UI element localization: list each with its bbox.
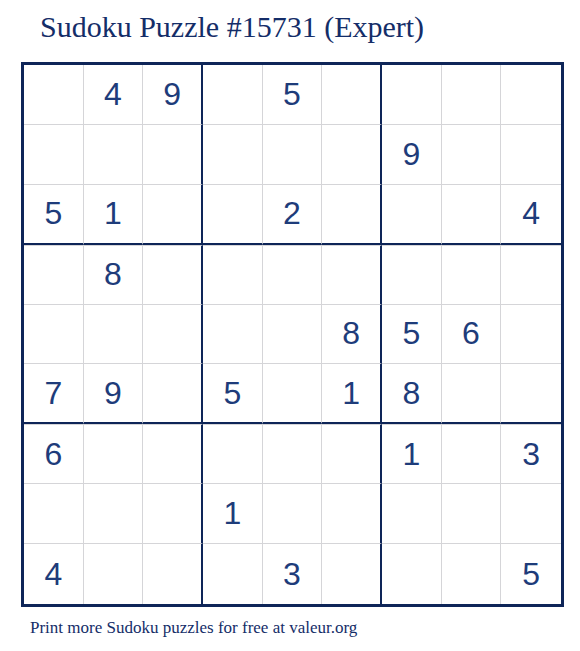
cell-r7c8 <box>442 424 502 484</box>
cell-r6c3 <box>143 364 203 424</box>
cell-r6c4: 5 <box>203 364 263 424</box>
cell-r5c4 <box>203 305 263 365</box>
cell-r7c7: 1 <box>382 424 442 484</box>
sudoku-grid: 495951248856795186131435 <box>21 62 564 607</box>
cell-r3c7 <box>382 185 442 245</box>
cell-r9c4 <box>203 544 263 604</box>
cell-r4c8 <box>442 245 502 305</box>
cell-r4c2: 8 <box>84 245 144 305</box>
cell-r9c8 <box>442 544 502 604</box>
cell-r1c4 <box>203 65 263 125</box>
cell-r8c8 <box>442 484 502 544</box>
cell-r7c3 <box>143 424 203 484</box>
sudoku-page: Sudoku Puzzle #15731 (Expert) 4959512488… <box>0 0 580 651</box>
cell-r3c6 <box>322 185 382 245</box>
cell-r9c7 <box>382 544 442 604</box>
cell-r7c9: 3 <box>501 424 561 484</box>
cell-r4c4 <box>203 245 263 305</box>
cell-r9c9: 5 <box>501 544 561 604</box>
cell-r5c3 <box>143 305 203 365</box>
cell-r5c6: 8 <box>322 305 382 365</box>
cell-r3c1: 5 <box>24 185 84 245</box>
cell-r1c9 <box>501 65 561 125</box>
cell-r3c9: 4 <box>501 185 561 245</box>
cell-r5c2 <box>84 305 144 365</box>
cell-r2c5 <box>263 125 323 185</box>
cell-r5c7: 5 <box>382 305 442 365</box>
cell-r7c6 <box>322 424 382 484</box>
cell-r2c8 <box>442 125 502 185</box>
cell-r8c9 <box>501 484 561 544</box>
cell-r6c5 <box>263 364 323 424</box>
cell-r2c6 <box>322 125 382 185</box>
cell-r2c4 <box>203 125 263 185</box>
cell-r6c9 <box>501 364 561 424</box>
cell-r8c7 <box>382 484 442 544</box>
cell-r2c7: 9 <box>382 125 442 185</box>
cell-r8c6 <box>322 484 382 544</box>
cell-r8c4: 1 <box>203 484 263 544</box>
cell-r4c3 <box>143 245 203 305</box>
cell-r6c1: 7 <box>24 364 84 424</box>
cell-r9c6 <box>322 544 382 604</box>
cell-r9c5: 3 <box>263 544 323 604</box>
cell-r5c1 <box>24 305 84 365</box>
cell-r9c2 <box>84 544 144 604</box>
cell-r7c1: 6 <box>24 424 84 484</box>
cell-r5c5 <box>263 305 323 365</box>
cell-r7c2 <box>84 424 144 484</box>
cell-r1c7 <box>382 65 442 125</box>
cell-r6c8 <box>442 364 502 424</box>
cell-r1c3: 9 <box>143 65 203 125</box>
cell-r3c4 <box>203 185 263 245</box>
cell-r5c9 <box>501 305 561 365</box>
cell-r8c1 <box>24 484 84 544</box>
cell-r4c6 <box>322 245 382 305</box>
cell-r3c2: 1 <box>84 185 144 245</box>
cell-r8c3 <box>143 484 203 544</box>
cell-r3c8 <box>442 185 502 245</box>
cell-r8c5 <box>263 484 323 544</box>
page-title: Sudoku Puzzle #15731 (Expert) <box>40 10 424 44</box>
cell-r8c2 <box>84 484 144 544</box>
cell-r3c5: 2 <box>263 185 323 245</box>
cell-r9c3 <box>143 544 203 604</box>
cell-r6c6: 1 <box>322 364 382 424</box>
cell-r7c5 <box>263 424 323 484</box>
cell-r2c1 <box>24 125 84 185</box>
cell-r3c3 <box>143 185 203 245</box>
cell-r4c7 <box>382 245 442 305</box>
cell-r9c1: 4 <box>24 544 84 604</box>
cell-r4c5 <box>263 245 323 305</box>
cell-r1c5: 5 <box>263 65 323 125</box>
cell-r1c2: 4 <box>84 65 144 125</box>
cell-r7c4 <box>203 424 263 484</box>
cell-r1c8 <box>442 65 502 125</box>
footer-text: Print more Sudoku puzzles for free at va… <box>30 618 357 638</box>
cell-r2c9 <box>501 125 561 185</box>
cell-r4c1 <box>24 245 84 305</box>
cell-r6c2: 9 <box>84 364 144 424</box>
cell-r6c7: 8 <box>382 364 442 424</box>
cell-r2c2 <box>84 125 144 185</box>
cell-r1c6 <box>322 65 382 125</box>
cell-r2c3 <box>143 125 203 185</box>
cell-r4c9 <box>501 245 561 305</box>
cell-r5c8: 6 <box>442 305 502 365</box>
cell-r1c1 <box>24 65 84 125</box>
